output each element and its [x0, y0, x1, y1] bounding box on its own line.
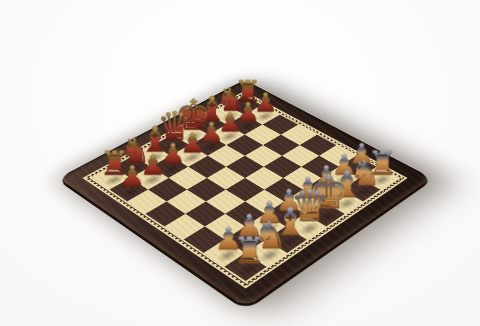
board-inlay-checkered-line: ♜♞♝♛♚♝♞♜♟♟♟♟♟♟♟♟♟♟♟♟♟♟♟♟♜♞♝♛♚♝♞♜	[85, 92, 405, 286]
square-e5	[226, 156, 264, 178]
chess-board: ♜♞♝♛♚♝♞♜♟♟♟♟♟♟♟♟♟♟♟♟♟♟♟♟♜♞♝♛♚♝♞♜	[58, 80, 431, 308]
board-grid: ♜♞♝♛♚♝♞♜♟♟♟♟♟♟♟♟♟♟♟♟♟♟♟♟♜♞♝♛♚♝♞♜	[92, 96, 397, 281]
square-a1: ♜	[224, 253, 266, 281]
board-inlay-outer-band: ♜♞♝♛♚♝♞♜♟♟♟♟♟♟♟♟♟♟♟♟♟♟♟♟♜♞♝♛♚♝♞♜	[82, 91, 407, 289]
board-inlay-inner-band: ♜♞♝♛♚♝♞♜♟♟♟♟♟♟♟♟♟♟♟♟♟♟♟♟♜♞♝♛♚♝♞♜	[89, 94, 400, 283]
photo-backdrop: ♜♞♝♛♚♝♞♜♟♟♟♟♟♟♟♟♟♟♟♟♟♟♟♟♜♞♝♛♚♝♞♜	[0, 0, 480, 326]
board-frame: ♜♞♝♛♚♝♞♜♟♟♟♟♟♟♟♟♟♟♟♟♟♟♟♟♜♞♝♛♚♝♞♜	[58, 80, 431, 308]
piece-black-pawn: ♟	[101, 163, 162, 191]
piece-white-rook: ♜	[216, 232, 283, 269]
